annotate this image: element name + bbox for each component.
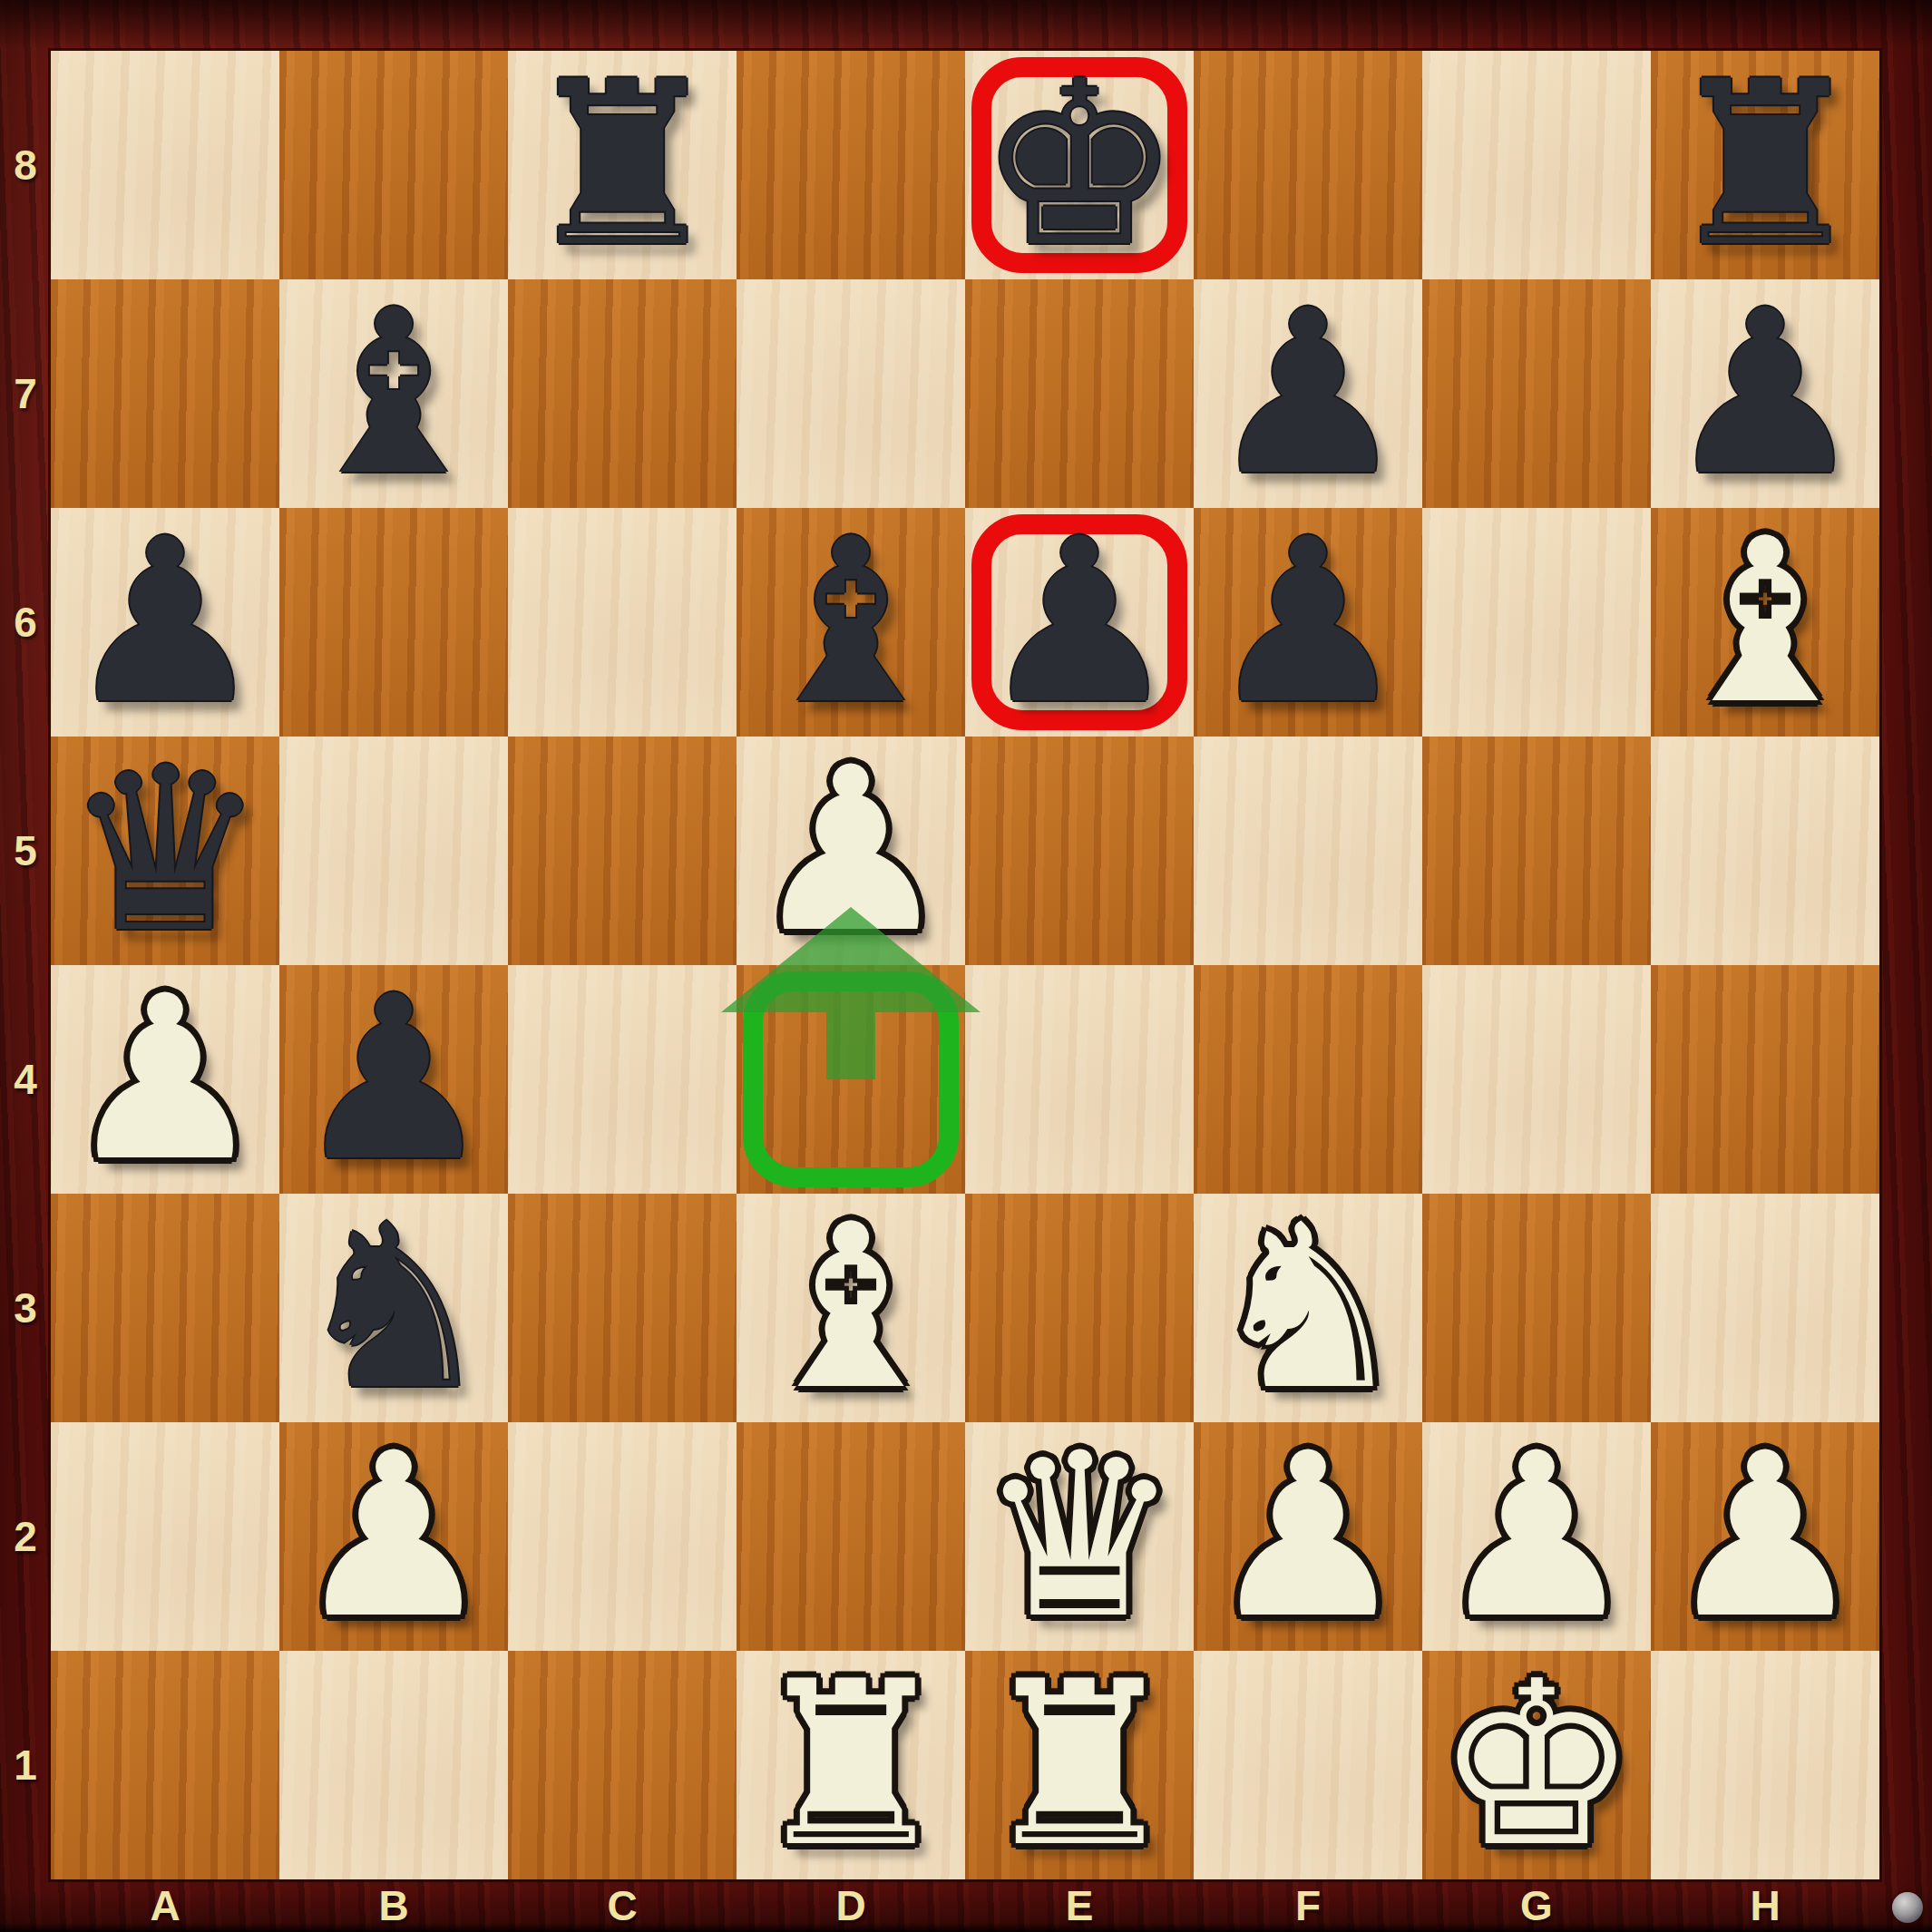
square-a6[interactable]: ♟ — [51, 508, 279, 737]
square-b8[interactable] — [279, 51, 508, 279]
square-a3[interactable] — [51, 1194, 279, 1422]
piece-white-pawn-h2[interactable]: ♟ — [1651, 1422, 1879, 1651]
file-label-a: A — [51, 1879, 279, 1932]
square-g4[interactable] — [1422, 965, 1651, 1194]
square-e8[interactable]: ♚ — [965, 51, 1194, 279]
square-a8[interactable] — [51, 51, 279, 279]
piece-white-pawn-f2[interactable]: ♟ — [1194, 1422, 1422, 1651]
square-f7[interactable]: ♟ — [1194, 279, 1422, 508]
file-label-h: H — [1651, 1879, 1879, 1932]
square-c1[interactable] — [508, 1651, 737, 1879]
piece-black-bishop-b7[interactable]: ♝ — [279, 279, 508, 508]
square-a4[interactable]: ♟ — [51, 965, 279, 1194]
file-label-e: E — [965, 1879, 1194, 1932]
square-f5[interactable] — [1194, 737, 1422, 965]
square-e2[interactable]: ♛ — [965, 1422, 1194, 1651]
rank-label-5: 5 — [0, 737, 51, 965]
square-b2[interactable]: ♟ — [279, 1422, 508, 1651]
square-d7[interactable] — [737, 279, 965, 508]
square-e1[interactable]: ♜ — [965, 1651, 1194, 1879]
square-e4[interactable] — [965, 965, 1194, 1194]
square-d5[interactable]: ♟ — [737, 737, 965, 965]
square-e3[interactable] — [965, 1194, 1194, 1422]
square-g5[interactable] — [1422, 737, 1651, 965]
piece-black-knight-b3[interactable]: ♞ — [279, 1194, 508, 1422]
square-e6[interactable]: ♟ — [965, 508, 1194, 737]
square-d3[interactable]: ♝ — [737, 1194, 965, 1422]
square-a5[interactable]: ♛ — [51, 737, 279, 965]
square-h8[interactable]: ♜ — [1651, 51, 1879, 279]
corner-knob — [1892, 1892, 1923, 1923]
square-d2[interactable] — [737, 1422, 965, 1651]
square-f6[interactable]: ♟ — [1194, 508, 1422, 737]
square-h7[interactable]: ♟ — [1651, 279, 1879, 508]
piece-white-rook-d1[interactable]: ♜ — [737, 1651, 965, 1879]
square-c5[interactable] — [508, 737, 737, 965]
piece-white-pawn-b2[interactable]: ♟ — [279, 1422, 508, 1651]
piece-white-bishop-d3[interactable]: ♝ — [737, 1194, 965, 1422]
rank-label-4: 4 — [0, 965, 51, 1194]
rank-labels: 8 7 6 5 4 3 2 1 — [0, 51, 51, 1879]
piece-black-bishop-d6[interactable]: ♝ — [737, 508, 965, 737]
piece-white-pawn-d5[interactable]: ♟ — [737, 737, 965, 965]
piece-white-king-g1[interactable]: ♚ — [1422, 1651, 1651, 1879]
piece-black-pawn-h7[interactable]: ♟ — [1651, 279, 1879, 508]
square-c4[interactable] — [508, 965, 737, 1194]
square-h3[interactable] — [1651, 1194, 1879, 1422]
square-c3[interactable] — [508, 1194, 737, 1422]
piece-black-queen-a5[interactable]: ♛ — [51, 737, 279, 965]
file-labels: A B C D E F G H — [51, 1879, 1879, 1932]
square-h2[interactable]: ♟ — [1651, 1422, 1879, 1651]
piece-black-rook-c8[interactable]: ♜ — [508, 51, 737, 279]
square-d8[interactable] — [737, 51, 965, 279]
square-g3[interactable] — [1422, 1194, 1651, 1422]
square-d1[interactable]: ♜ — [737, 1651, 965, 1879]
square-g6[interactable] — [1422, 508, 1651, 737]
file-label-c: C — [508, 1879, 737, 1932]
square-f3[interactable]: ♞ — [1194, 1194, 1422, 1422]
piece-black-king-e8[interactable]: ♚ — [965, 51, 1194, 279]
green-highlight-origin — [743, 971, 959, 1187]
rank-label-7: 7 — [0, 279, 51, 508]
square-b3[interactable]: ♞ — [279, 1194, 508, 1422]
square-a7[interactable] — [51, 279, 279, 508]
rank-label-1: 1 — [0, 1651, 51, 1879]
square-f1[interactable] — [1194, 1651, 1422, 1879]
square-g2[interactable]: ♟ — [1422, 1422, 1651, 1651]
square-e7[interactable] — [965, 279, 1194, 508]
square-b5[interactable] — [279, 737, 508, 965]
square-c2[interactable] — [508, 1422, 737, 1651]
piece-white-pawn-a4[interactable]: ♟ — [51, 965, 279, 1194]
square-c8[interactable]: ♜ — [508, 51, 737, 279]
piece-black-pawn-e6[interactable]: ♟ — [965, 508, 1194, 737]
square-g1[interactable]: ♚ — [1422, 1651, 1651, 1879]
square-h6[interactable]: ♝ — [1651, 508, 1879, 737]
piece-white-rook-e1[interactable]: ♜ — [965, 1651, 1194, 1879]
square-f2[interactable]: ♟ — [1194, 1422, 1422, 1651]
square-b7[interactable]: ♝ — [279, 279, 508, 508]
piece-white-knight-f3[interactable]: ♞ — [1194, 1194, 1422, 1422]
square-f8[interactable] — [1194, 51, 1422, 279]
rank-label-2: 2 — [0, 1422, 51, 1651]
square-h1[interactable] — [1651, 1651, 1879, 1879]
square-a1[interactable] — [51, 1651, 279, 1879]
piece-white-pawn-g2[interactable]: ♟ — [1422, 1422, 1651, 1651]
square-a2[interactable] — [51, 1422, 279, 1651]
square-h4[interactable] — [1651, 965, 1879, 1194]
square-e5[interactable] — [965, 737, 1194, 965]
piece-black-pawn-b4[interactable]: ♟ — [279, 965, 508, 1194]
file-label-g: G — [1422, 1879, 1651, 1932]
piece-black-pawn-f6[interactable]: ♟ — [1194, 508, 1422, 737]
square-g8[interactable] — [1422, 51, 1651, 279]
square-f4[interactable] — [1194, 965, 1422, 1194]
square-b4[interactable]: ♟ — [279, 965, 508, 1194]
file-label-f: F — [1194, 1879, 1422, 1932]
square-b1[interactable] — [279, 1651, 508, 1879]
square-c7[interactable] — [508, 279, 737, 508]
piece-black-rook-h8[interactable]: ♜ — [1651, 51, 1879, 279]
rank-label-8: 8 — [0, 51, 51, 279]
piece-black-pawn-f7[interactable]: ♟ — [1194, 279, 1422, 508]
file-label-b: B — [279, 1879, 508, 1932]
square-h5[interactable] — [1651, 737, 1879, 965]
rank-label-6: 6 — [0, 508, 51, 737]
rank-label-3: 3 — [0, 1194, 51, 1422]
square-b6[interactable] — [279, 508, 508, 737]
piece-white-bishop-h6[interactable]: ♝ — [1651, 508, 1879, 737]
chessboard: ♜♚♜♝♟♟♟♝♟♟♝♛♟♟♟♞♝♞♟♛♟♟♟♜♜♚ — [51, 51, 1879, 1879]
file-label-d: D — [737, 1879, 965, 1932]
square-d6[interactable]: ♝ — [737, 508, 965, 737]
square-g7[interactable] — [1422, 279, 1651, 508]
square-c6[interactable] — [508, 508, 737, 737]
piece-black-pawn-a6[interactable]: ♟ — [51, 508, 279, 737]
piece-white-queen-e2[interactable]: ♛ — [965, 1422, 1194, 1651]
square-d4[interactable] — [737, 965, 965, 1194]
